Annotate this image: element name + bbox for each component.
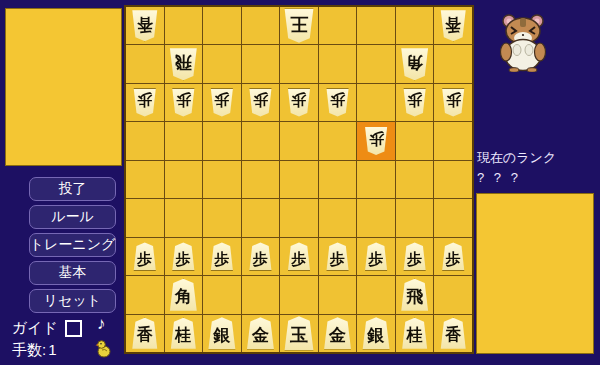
board-square[interactable] [280, 161, 318, 198]
board-square[interactable]: 歩 [165, 238, 203, 275]
board-square[interactable]: 角 [165, 276, 203, 313]
board-square[interactable] [319, 161, 357, 198]
shogi-piece-sente[interactable]: 金 [246, 317, 274, 349]
board-square[interactable] [434, 276, 472, 313]
board-square[interactable] [280, 45, 318, 82]
shogi-piece-sente[interactable]: 桂 [170, 318, 196, 349]
shogi-piece-sente[interactable]: 歩 [442, 242, 465, 270]
shogi-board: 香王香飛角歩歩歩歩歩歩歩歩歩歩歩歩歩歩歩歩歩歩角飛香桂銀金玉金銀桂香 [124, 5, 474, 354]
shogi-piece-gote[interactable]: 角 [401, 48, 429, 80]
board-square[interactable] [319, 122, 357, 159]
board-square[interactable]: 桂 [165, 315, 203, 352]
shogi-piece-gote[interactable]: 王 [284, 9, 314, 43]
move-counter-label: 手数: [12, 341, 46, 360]
board-square[interactable] [242, 161, 280, 198]
board-square[interactable]: 歩 [319, 84, 357, 121]
board-square[interactable] [126, 161, 164, 198]
shogi-piece-gote[interactable]: 歩 [442, 89, 465, 117]
board-square[interactable] [165, 161, 203, 198]
shogi-piece-sente[interactable]: 歩 [249, 242, 272, 270]
board-square[interactable] [242, 276, 280, 313]
board-square[interactable]: 歩 [242, 238, 280, 275]
shogi-piece-sente[interactable]: 桂 [402, 318, 428, 349]
board-square[interactable]: 歩 [242, 84, 280, 121]
rules-button[interactable]: ルール [29, 205, 116, 229]
board-square[interactable] [396, 161, 434, 198]
board-square[interactable] [357, 199, 395, 236]
board-square[interactable] [165, 7, 203, 44]
board-square[interactable]: 歩 [396, 84, 434, 121]
shogi-piece-sente[interactable]: 金 [324, 317, 352, 349]
board-square[interactable] [357, 7, 395, 44]
guide-label: ガイド [12, 319, 58, 338]
shogi-piece-gote[interactable]: 歩 [326, 89, 349, 117]
shogi-piece-gote[interactable]: 歩 [172, 89, 195, 117]
board-square[interactable]: 歩 [280, 84, 318, 121]
board-square[interactable]: 香 [126, 7, 164, 44]
board-square[interactable] [434, 122, 472, 159]
board-square[interactable]: 歩 [396, 238, 434, 275]
board-square[interactable] [126, 45, 164, 82]
board-square[interactable] [242, 122, 280, 159]
board-square[interactable]: 金 [319, 315, 357, 352]
board-square[interactable] [126, 276, 164, 313]
shogi-piece-gote[interactable]: 歩 [287, 89, 310, 117]
board-square[interactable]: 香 [126, 315, 164, 352]
shogi-piece-gote[interactable]: 飛 [169, 48, 197, 80]
captured-tray-sente[interactable] [476, 193, 594, 354]
board-square[interactable] [165, 122, 203, 159]
board-square[interactable]: 歩 [126, 84, 164, 121]
board-square[interactable] [434, 45, 472, 82]
shogi-app-window: 香王香飛角歩歩歩歩歩歩歩歩歩歩歩歩歩歩歩歩歩歩角飛香桂銀金玉金銀桂香 投了 ルー… [0, 0, 600, 365]
chick-icon [95, 339, 112, 358]
shogi-piece-sente[interactable]: 歩 [210, 242, 233, 270]
shogi-piece-gote[interactable]: 歩 [365, 127, 388, 155]
board-square[interactable]: 歩 [319, 238, 357, 275]
board-square[interactable]: 王 [280, 7, 318, 44]
board-square[interactable] [242, 199, 280, 236]
captured-tray-gote[interactable] [5, 8, 122, 166]
shogi-piece-sente[interactable]: 銀 [208, 317, 236, 349]
board-square[interactable] [203, 45, 241, 82]
shogi-piece-sente[interactable]: 歩 [403, 242, 426, 270]
music-note-icon[interactable]: ♪ [97, 314, 106, 334]
shogi-piece-sente[interactable]: 歩 [133, 242, 156, 270]
board-square[interactable] [280, 122, 318, 159]
board-square[interactable]: 桂 [396, 315, 434, 352]
shogi-piece-sente[interactable]: 角 [169, 279, 197, 311]
board-square[interactable] [126, 199, 164, 236]
basics-button[interactable]: 基本 [29, 261, 116, 285]
shogi-piece-sente[interactable]: 飛 [401, 279, 429, 311]
board-square[interactable] [357, 161, 395, 198]
shogi-piece-gote[interactable]: 歩 [249, 89, 272, 117]
board-square[interactable] [396, 7, 434, 44]
board-square[interactable] [126, 122, 164, 159]
board-square[interactable] [203, 276, 241, 313]
board-square[interactable] [396, 122, 434, 159]
board-square[interactable]: 歩 [434, 84, 472, 121]
move-counter: 手数: 1 [12, 341, 57, 360]
shogi-piece-sente[interactable]: 玉 [284, 316, 314, 350]
board-square[interactable] [319, 7, 357, 44]
board-square[interactable] [319, 45, 357, 82]
board-square[interactable]: 歩 [357, 122, 395, 159]
board-square[interactable] [203, 122, 241, 159]
current-rank-value: ? ? ? [477, 170, 521, 185]
board-square[interactable] [203, 7, 241, 44]
board-square[interactable] [203, 199, 241, 236]
hamster-mascot [497, 12, 549, 72]
board-square[interactable]: 歩 [203, 84, 241, 121]
board-square[interactable] [242, 7, 280, 44]
board-square[interactable]: 金 [242, 315, 280, 352]
board-square[interactable] [319, 199, 357, 236]
board-square[interactable] [280, 276, 318, 313]
move-counter-value: 1 [48, 341, 56, 360]
shogi-piece-sente[interactable]: 歩 [326, 242, 349, 270]
shogi-piece-gote[interactable]: 香 [132, 10, 158, 41]
board-square[interactable]: 飛 [396, 276, 434, 313]
board-square[interactable] [357, 276, 395, 313]
board-square[interactable] [280, 199, 318, 236]
board-square[interactable]: 銀 [203, 315, 241, 352]
board-square[interactable]: 飛 [165, 45, 203, 82]
board-square[interactable] [434, 161, 472, 198]
board-square[interactable]: 歩 [126, 238, 164, 275]
reset-button[interactable]: リセット [29, 289, 116, 313]
shogi-piece-gote[interactable]: 歩 [133, 89, 156, 117]
board-square[interactable] [357, 84, 395, 121]
shogi-piece-sente[interactable]: 香 [440, 318, 466, 349]
training-button[interactable]: トレーニング [29, 233, 116, 257]
board-square[interactable]: 銀 [357, 315, 395, 352]
shogi-piece-gote[interactable]: 香 [440, 10, 466, 41]
shogi-piece-gote[interactable]: 歩 [210, 89, 233, 117]
resign-button[interactable]: 投了 [29, 177, 116, 201]
board-square[interactable] [319, 276, 357, 313]
board-square[interactable]: 香 [434, 315, 472, 352]
board-square[interactable]: 歩 [357, 238, 395, 275]
board-square[interactable]: 玉 [280, 315, 318, 352]
shogi-piece-gote[interactable]: 歩 [403, 89, 426, 117]
shogi-piece-sente[interactable]: 香 [132, 318, 158, 349]
shogi-piece-sente[interactable]: 歩 [287, 242, 310, 270]
board-square[interactable]: 香 [434, 7, 472, 44]
board-square[interactable] [203, 161, 241, 198]
shogi-piece-sente[interactable]: 歩 [172, 242, 195, 270]
board-square[interactable] [242, 45, 280, 82]
shogi-piece-sente[interactable]: 銀 [362, 317, 390, 349]
board-square[interactable] [165, 199, 203, 236]
board-square[interactable]: 歩 [434, 238, 472, 275]
board-square[interactable]: 歩 [280, 238, 318, 275]
board-square[interactable]: 角 [396, 45, 434, 82]
board-square[interactable] [396, 199, 434, 236]
guide-checkbox[interactable] [65, 320, 82, 337]
board-square[interactable] [357, 45, 395, 82]
board-square[interactable]: 歩 [203, 238, 241, 275]
current-rank-label: 現在のランク [477, 149, 556, 167]
shogi-piece-sente[interactable]: 歩 [365, 242, 388, 270]
board-square[interactable]: 歩 [165, 84, 203, 121]
board-square[interactable] [434, 199, 472, 236]
